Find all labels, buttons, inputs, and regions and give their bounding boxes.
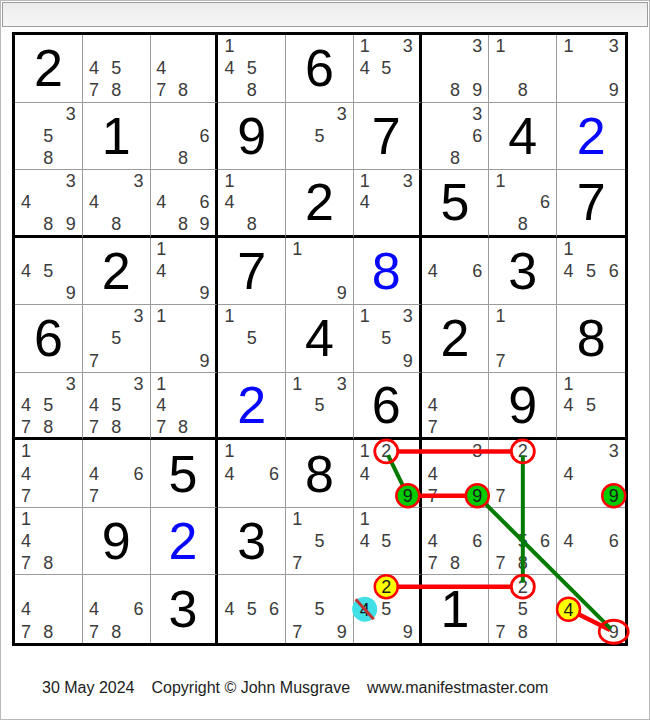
candidate-digit bbox=[15, 170, 37, 192]
candidate-grid: 149 bbox=[151, 238, 216, 305]
candidate-digit bbox=[37, 575, 59, 598]
sudoku-cell-r9c7[interactable]: 1 bbox=[422, 575, 490, 643]
candidate-digit bbox=[466, 238, 488, 260]
candidate-digit: 5 bbox=[241, 327, 263, 349]
sudoku-cell-r3c6[interactable]: 134 bbox=[354, 170, 422, 238]
candidate-digit: 1 bbox=[557, 373, 580, 395]
candidate-digit: 1 bbox=[151, 373, 173, 395]
candidate-digit bbox=[105, 373, 127, 395]
candidate-digit bbox=[557, 620, 580, 643]
candidate-digit bbox=[105, 463, 127, 485]
candidate-digit bbox=[580, 530, 603, 552]
candidate-digit bbox=[466, 394, 488, 416]
candidate-digit bbox=[444, 260, 466, 282]
candidate-digit bbox=[60, 147, 82, 169]
candidate-digit bbox=[218, 327, 240, 349]
sudoku-cell-r3c5[interactable]: 2 bbox=[286, 170, 354, 238]
candidate-digit bbox=[83, 575, 105, 598]
candidate-digit bbox=[15, 103, 37, 125]
candidate-digit: 1 bbox=[489, 305, 511, 327]
candidate-digit bbox=[422, 79, 444, 101]
sudoku-cell-r5c5[interactable]: 4 bbox=[286, 305, 354, 373]
sudoku-cell-r6c9[interactable]: 145 bbox=[557, 373, 625, 441]
candidate-digit bbox=[308, 282, 330, 304]
candidate-digit bbox=[127, 416, 149, 438]
solved-digit: 6 bbox=[354, 373, 419, 438]
candidate-digit: 4 bbox=[218, 192, 240, 214]
candidate-digit: 7 bbox=[151, 416, 173, 438]
sudoku-cell-r6c5[interactable]: 135 bbox=[286, 373, 354, 441]
sudoku-cell-r1c2[interactable]: 4578 bbox=[83, 35, 151, 103]
solved-digit: 9 bbox=[218, 103, 285, 170]
candidate-digit bbox=[151, 213, 173, 235]
candidate-digit bbox=[286, 598, 308, 621]
candidate-digit bbox=[218, 575, 240, 598]
candidate-grid: 348 bbox=[83, 170, 150, 235]
candidate-grid: 4578 bbox=[83, 35, 150, 102]
candidate-digit bbox=[331, 552, 353, 574]
sudoku-cell-r4c1[interactable]: 459 bbox=[15, 238, 83, 306]
candidate-digit bbox=[37, 485, 59, 507]
candidate-digit bbox=[602, 598, 625, 621]
candidate-digit bbox=[151, 170, 173, 192]
candidate-digit: 8 bbox=[512, 552, 534, 574]
candidate-digit: 5 bbox=[37, 125, 59, 147]
candidate-grid: 2578 bbox=[489, 575, 556, 643]
candidate-digit bbox=[580, 508, 603, 530]
sudoku-cell-r3c1[interactable]: 3489 bbox=[15, 170, 83, 238]
candidate-digit: 8 bbox=[37, 416, 59, 438]
sudoku-cell-r4c2[interactable]: 2 bbox=[83, 238, 151, 306]
candidate-digit bbox=[60, 125, 82, 147]
candidate-digit bbox=[105, 440, 127, 462]
sudoku-cell-r8c6[interactable]: 145 bbox=[354, 508, 422, 576]
candidate-grid: 134 bbox=[354, 170, 419, 235]
candidate-digit: 4 bbox=[15, 530, 37, 552]
candidate-digit bbox=[534, 305, 556, 327]
candidate-grid: 145 bbox=[557, 373, 625, 438]
candidate-digit: 8 bbox=[444, 147, 466, 169]
candidate-digit bbox=[375, 620, 397, 643]
candidate-digit: 7 bbox=[15, 485, 37, 507]
sudoku-cell-r4c4[interactable]: 7 bbox=[218, 238, 286, 306]
candidate-digit bbox=[263, 79, 285, 101]
sudoku-cell-r1c7[interactable]: 389 bbox=[422, 35, 490, 103]
sudoku-cell-r6c8[interactable]: 9 bbox=[489, 373, 557, 441]
sudoku-cell-r1c6[interactable]: 1345 bbox=[354, 35, 422, 103]
candidate-digit bbox=[512, 170, 534, 192]
sudoku-cell-r6c4[interactable]: 2 bbox=[218, 373, 286, 441]
sudoku-cell-r3c3[interactable]: 4689 bbox=[151, 170, 219, 238]
candidate-digit bbox=[151, 282, 173, 304]
candidate-digit: 7 bbox=[489, 485, 511, 507]
sudoku-cell-r2c6[interactable]: 7 bbox=[354, 103, 422, 171]
candidate-digit: 4 bbox=[151, 394, 173, 416]
sudoku-cell-r3c2[interactable]: 348 bbox=[83, 170, 151, 238]
candidate-digit bbox=[263, 35, 285, 57]
sudoku-cell-r9c5[interactable]: 579 bbox=[286, 575, 354, 643]
candidate-digit: 3 bbox=[466, 440, 488, 462]
sudoku-cell-r1c3[interactable]: 478 bbox=[151, 35, 219, 103]
sudoku-cell-r5c8[interactable]: 17 bbox=[489, 305, 557, 373]
candidate-grid: 27 bbox=[489, 440, 556, 507]
candidate-digit bbox=[331, 416, 353, 438]
candidate-grid: 389 bbox=[422, 35, 489, 102]
sudoku-cell-r7c1[interactable]: 147 bbox=[15, 440, 83, 508]
candidate-digit bbox=[489, 327, 511, 349]
candidate-digit: 4 bbox=[15, 260, 37, 282]
candidate-digit bbox=[331, 147, 353, 169]
candidate-digit bbox=[127, 327, 149, 349]
sudoku-cell-r7c6[interactable]: 1249 bbox=[354, 440, 422, 508]
candidate-digit bbox=[263, 305, 285, 327]
sudoku-cell-r3c7[interactable]: 5 bbox=[422, 170, 490, 238]
candidate-grid: 49 bbox=[557, 575, 625, 643]
sudoku-cell-r5c1[interactable]: 6 bbox=[15, 305, 83, 373]
candidate-digit bbox=[308, 373, 330, 395]
candidate-digit bbox=[444, 463, 466, 485]
sudoku-cell-r6c1[interactable]: 34578 bbox=[15, 373, 83, 441]
sudoku-cell-r6c2[interactable]: 34578 bbox=[83, 373, 151, 441]
sudoku-cell-r2c5[interactable]: 35 bbox=[286, 103, 354, 171]
candidate-digit: 5 bbox=[512, 530, 534, 552]
footer: 30 May 2024Copyright © John Musgravewww.… bbox=[42, 679, 565, 697]
candidate-digit bbox=[127, 440, 149, 462]
candidate-digit: 1 bbox=[286, 508, 308, 530]
candidate-digit: 8 bbox=[512, 213, 534, 235]
candidate-digit: 5 bbox=[375, 598, 397, 621]
candidate-digit bbox=[286, 394, 308, 416]
candidate-digit bbox=[444, 485, 466, 507]
candidate-digit bbox=[194, 305, 216, 327]
candidate-digit bbox=[375, 463, 397, 485]
candidate-digit: 3 bbox=[331, 103, 353, 125]
candidate-digit bbox=[466, 508, 488, 530]
sudoku-cell-r2c1[interactable]: 358 bbox=[15, 103, 83, 171]
candidate-digit: 6 bbox=[602, 530, 625, 552]
candidate-digit bbox=[354, 620, 376, 643]
candidate-digit bbox=[557, 508, 580, 530]
candidate-digit: 9 bbox=[602, 620, 625, 643]
candidate-digit bbox=[397, 463, 419, 485]
candidate-digit bbox=[241, 575, 263, 598]
candidate-grid: 35 bbox=[286, 103, 353, 170]
candidate-grid: 3489 bbox=[15, 170, 82, 235]
candidate-digit bbox=[512, 350, 534, 372]
sudoku-cell-r1c1[interactable]: 2 bbox=[15, 35, 83, 103]
sudoku-cell-r3c8[interactable]: 168 bbox=[489, 170, 557, 238]
candidate-digit bbox=[60, 463, 82, 485]
candidate-digit: 4 bbox=[354, 192, 376, 214]
candidate-digit bbox=[127, 57, 149, 79]
candidate-digit: 2 bbox=[512, 440, 534, 462]
candidate-digit bbox=[172, 103, 194, 125]
sudoku-cell-r9c3[interactable]: 3 bbox=[151, 575, 219, 643]
candidate-digit bbox=[263, 350, 285, 372]
solved-digit: 6 bbox=[15, 305, 82, 372]
candidate-grid: 146 bbox=[218, 440, 285, 507]
candidate-digit bbox=[286, 282, 308, 304]
candidate-digit: 7 bbox=[15, 416, 37, 438]
candidate-digit bbox=[60, 192, 82, 214]
sudoku-cell-r1c4[interactable]: 1458 bbox=[218, 35, 286, 103]
candidate-digit: 1 bbox=[218, 35, 240, 57]
candidate-digit bbox=[602, 552, 625, 574]
candidate-digit bbox=[444, 282, 466, 304]
candidate-digit bbox=[60, 416, 82, 438]
candidate-digit bbox=[422, 440, 444, 462]
candidate-grid: 34578 bbox=[83, 373, 150, 438]
candidate-grid: 5678 bbox=[489, 508, 556, 575]
sudoku-cell-r4c3[interactable]: 149 bbox=[151, 238, 219, 306]
candidate-digit: 2 bbox=[512, 575, 534, 598]
sudoku-cell-r4c8[interactable]: 3 bbox=[489, 238, 557, 306]
candidate-digit: 5 bbox=[375, 57, 397, 79]
sudoku-cell-r8c2[interactable]: 9 bbox=[83, 508, 151, 576]
candidate-digit: 7 bbox=[489, 350, 511, 372]
candidate-digit bbox=[151, 350, 173, 372]
candidate-digit bbox=[602, 508, 625, 530]
sudoku-cell-r4c9[interactable]: 1456 bbox=[557, 238, 625, 306]
candidate-digit bbox=[354, 552, 376, 574]
candidate-digit bbox=[375, 79, 397, 101]
sudoku-cell-r2c3[interactable]: 68 bbox=[151, 103, 219, 171]
sudoku-cell-r6c6[interactable]: 6 bbox=[354, 373, 422, 441]
candidate-digit: 4 bbox=[557, 463, 580, 485]
candidate-digit bbox=[15, 238, 37, 260]
candidate-digit: 6 bbox=[534, 192, 556, 214]
candidate-digit: 4 bbox=[83, 192, 105, 214]
candidate-digit bbox=[444, 416, 466, 438]
candidate-digit bbox=[534, 350, 556, 372]
candidate-digit bbox=[602, 57, 625, 79]
sudoku-cell-r6c3[interactable]: 1478 bbox=[151, 373, 219, 441]
sudoku-cell-r4c7[interactable]: 46 bbox=[422, 238, 490, 306]
candidate-digit: 6 bbox=[466, 530, 488, 552]
candidate-digit: 1 bbox=[354, 508, 376, 530]
sudoku-cell-r4c5[interactable]: 19 bbox=[286, 238, 354, 306]
candidate-grid: 1456 bbox=[557, 238, 625, 305]
candidate-digit: 7 bbox=[83, 416, 105, 438]
candidate-digit: 4 bbox=[15, 192, 37, 214]
candidate-digit: 3 bbox=[602, 35, 625, 57]
sudoku-cell-r4c6[interactable]: 8 bbox=[354, 238, 422, 306]
candidate-digit: 8 bbox=[444, 79, 466, 101]
candidate-grid: 19 bbox=[151, 305, 216, 372]
sudoku-cell-r9c2[interactable]: 4678 bbox=[83, 575, 151, 643]
candidate-digit bbox=[489, 79, 511, 101]
sudoku-cell-r7c5[interactable]: 8 bbox=[286, 440, 354, 508]
toolbar bbox=[2, 2, 648, 27]
sudoku-cell-r2c4[interactable]: 9 bbox=[218, 103, 286, 171]
candidate-grid: 3479 bbox=[422, 440, 489, 507]
sudoku-cell-r9c6[interactable]: 2459 bbox=[354, 575, 422, 643]
candidate-digit bbox=[466, 147, 488, 169]
candidate-digit bbox=[241, 620, 263, 643]
candidate-digit: 6 bbox=[127, 463, 149, 485]
candidate-digit bbox=[308, 103, 330, 125]
candidate-digit: 3 bbox=[127, 373, 149, 395]
candidate-digit: 4 bbox=[218, 598, 240, 621]
candidate-digit: 4 bbox=[354, 57, 376, 79]
candidate-digit bbox=[422, 147, 444, 169]
candidate-digit: 3 bbox=[602, 440, 625, 462]
candidate-grid: 46 bbox=[557, 508, 625, 575]
candidate-digit bbox=[263, 213, 285, 235]
candidate-digit bbox=[331, 125, 353, 147]
sudoku-cell-r5c4[interactable]: 15 bbox=[218, 305, 286, 373]
candidate-digit: 1 bbox=[557, 35, 580, 57]
candidate-digit bbox=[466, 463, 488, 485]
candidate-digit: 5 bbox=[105, 394, 127, 416]
solved-digit: 1 bbox=[422, 575, 489, 643]
sudoku-cell-r8c5[interactable]: 157 bbox=[286, 508, 354, 576]
candidate-digit bbox=[444, 35, 466, 57]
sudoku-cell-r8c9[interactable]: 46 bbox=[557, 508, 625, 576]
sudoku-cell-r9c1[interactable]: 478 bbox=[15, 575, 83, 643]
candidate-digit bbox=[127, 213, 149, 235]
candidate-digit bbox=[60, 260, 82, 282]
candidate-digit: 8 bbox=[37, 213, 59, 235]
candidate-digit bbox=[308, 260, 330, 282]
candidate-digit bbox=[105, 170, 127, 192]
candidate-digit bbox=[397, 598, 419, 621]
candidate-digit: 4 bbox=[15, 394, 37, 416]
candidate-digit bbox=[534, 620, 556, 643]
sudoku-cell-r5c9[interactable]: 8 bbox=[557, 305, 625, 373]
candidate-digit: 3 bbox=[60, 103, 82, 125]
candidate-digit bbox=[580, 485, 603, 507]
candidate-digit bbox=[83, 373, 105, 395]
candidate-digit: 1 bbox=[218, 170, 240, 192]
solved-digit: 3 bbox=[489, 238, 556, 305]
candidate-digit bbox=[241, 35, 263, 57]
sudoku-cell-r1c9[interactable]: 139 bbox=[557, 35, 625, 103]
candidate-digit bbox=[172, 327, 194, 349]
candidate-digit bbox=[263, 327, 285, 349]
candidate-digit bbox=[331, 530, 353, 552]
candidate-digit: 1 bbox=[489, 35, 511, 57]
candidate-digit bbox=[37, 192, 59, 214]
candidate-digit bbox=[375, 508, 397, 530]
candidate-digit bbox=[331, 575, 353, 598]
candidate-digit bbox=[286, 416, 308, 438]
candidate-digit bbox=[354, 485, 376, 507]
sudoku-cell-r5c2[interactable]: 357 bbox=[83, 305, 151, 373]
candidate-digit: 3 bbox=[466, 35, 488, 57]
candidate-digit: 8 bbox=[172, 213, 194, 235]
sudoku-cell-r7c2[interactable]: 467 bbox=[83, 440, 151, 508]
candidate-digit bbox=[397, 79, 419, 101]
candidate-digit bbox=[105, 485, 127, 507]
sudoku-cell-r5c6[interactable]: 1359 bbox=[354, 305, 422, 373]
sudoku-cell-r2c2[interactable]: 1 bbox=[83, 103, 151, 171]
candidate-digit bbox=[172, 350, 194, 372]
candidate-digit: 9 bbox=[60, 213, 82, 235]
candidate-grid: 18 bbox=[489, 35, 556, 102]
candidate-digit bbox=[105, 35, 127, 57]
candidate-digit bbox=[15, 125, 37, 147]
candidate-digit bbox=[466, 373, 488, 395]
candidate-digit bbox=[557, 57, 580, 79]
candidate-digit: 4 bbox=[557, 260, 580, 282]
candidate-digit: 5 bbox=[580, 394, 603, 416]
sudoku-cell-r6c7[interactable]: 47 bbox=[422, 373, 490, 441]
candidate-digit bbox=[37, 170, 59, 192]
candidate-digit: 1 bbox=[218, 305, 240, 327]
candidate-digit: 1 bbox=[218, 440, 240, 462]
candidate-grid: 456 bbox=[218, 575, 285, 643]
sudoku-cell-r7c9[interactable]: 349 bbox=[557, 440, 625, 508]
candidate-digit bbox=[375, 485, 397, 507]
candidate-digit bbox=[602, 575, 625, 598]
sudoku-cell-r9c9[interactable]: 49 bbox=[557, 575, 625, 643]
candidate-digit bbox=[397, 575, 419, 598]
candidate-digit: 4 bbox=[422, 463, 444, 485]
candidate-digit: 6 bbox=[127, 598, 149, 621]
sudoku-cell-r3c9[interactable]: 7 bbox=[557, 170, 625, 238]
sudoku-cell-r3c4[interactable]: 148 bbox=[218, 170, 286, 238]
sudoku-cell-r1c8[interactable]: 18 bbox=[489, 35, 557, 103]
sudoku-cell-r7c3[interactable]: 5 bbox=[151, 440, 219, 508]
candidate-digit bbox=[580, 57, 603, 79]
candidate-digit bbox=[397, 440, 419, 462]
candidate-digit bbox=[580, 373, 603, 395]
candidate-digit: 1 bbox=[151, 238, 173, 260]
sudoku-cell-r8c7[interactable]: 4678 bbox=[422, 508, 490, 576]
solved-digit: 6 bbox=[286, 35, 353, 102]
sudoku-cell-r7c8[interactable]: 27 bbox=[489, 440, 557, 508]
candidate-digit bbox=[263, 192, 285, 214]
sudoku-cell-r7c7[interactable]: 3479 bbox=[422, 440, 490, 508]
candidate-digit bbox=[15, 147, 37, 169]
candidate-digit bbox=[263, 485, 285, 507]
sudoku-cell-r1c5[interactable]: 6 bbox=[286, 35, 354, 103]
sudoku-cell-r5c7[interactable]: 2 bbox=[422, 305, 490, 373]
sudoku-cell-r9c4[interactable]: 456 bbox=[218, 575, 286, 643]
candidate-digit bbox=[512, 57, 534, 79]
sudoku-cell-r8c3[interactable]: 2 bbox=[151, 508, 219, 576]
candidate-digit bbox=[354, 79, 376, 101]
sudoku-cell-r2c9[interactable]: 2 bbox=[557, 103, 625, 171]
candidate-digit bbox=[194, 373, 216, 395]
sudoku-cell-r8c8[interactable]: 5678 bbox=[489, 508, 557, 576]
sudoku-cell-r2c7[interactable]: 368 bbox=[422, 103, 490, 171]
sudoku-cell-r5c3[interactable]: 19 bbox=[151, 305, 219, 373]
candidate-digit bbox=[534, 35, 556, 57]
candidate-digit bbox=[127, 575, 149, 598]
candidate-digit: 6 bbox=[263, 463, 285, 485]
candidate-digit bbox=[151, 125, 173, 147]
candidate-digit: 8 bbox=[172, 416, 194, 438]
candidate-digit bbox=[241, 350, 263, 372]
sudoku-cell-r9c8[interactable]: 2578 bbox=[489, 575, 557, 643]
candidate-grid: 145 bbox=[354, 508, 419, 575]
candidate-digit bbox=[512, 192, 534, 214]
candidate-grid: 46 bbox=[422, 238, 489, 305]
sudoku-cell-r2c8[interactable]: 4 bbox=[489, 103, 557, 171]
sudoku-cell-r8c1[interactable]: 1478 bbox=[15, 508, 83, 576]
candidate-digit bbox=[534, 57, 556, 79]
candidate-digit: 4 bbox=[151, 192, 173, 214]
candidate-grid: 368 bbox=[422, 103, 489, 170]
candidate-digit bbox=[194, 238, 216, 260]
sudoku-cell-r8c4[interactable]: 3 bbox=[218, 508, 286, 576]
candidate-digit bbox=[127, 620, 149, 643]
candidate-digit bbox=[580, 440, 603, 462]
sudoku-cell-r7c4[interactable]: 146 bbox=[218, 440, 286, 508]
candidate-digit bbox=[263, 57, 285, 79]
